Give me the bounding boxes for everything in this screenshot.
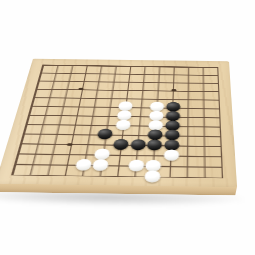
go-board-assembly [31,59,229,202]
board-perspective-wrapper [3,59,229,255]
star-point [171,89,176,91]
white-stone[interactable] [144,170,161,182]
photo-background [0,0,255,255]
go-board[interactable] [0,59,237,187]
